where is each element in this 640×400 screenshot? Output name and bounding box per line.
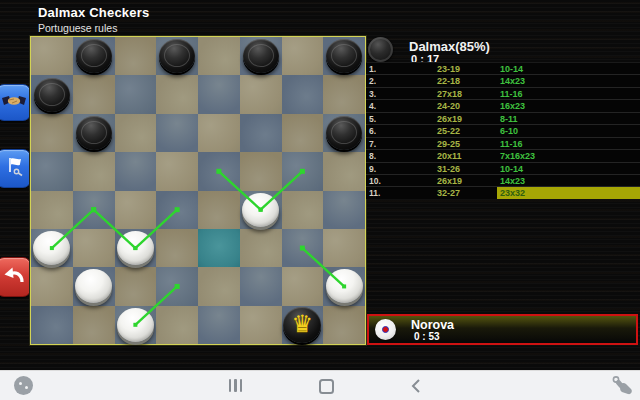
black-move: 6-10 [500,126,518,136]
white-man-piece[interactable] [242,193,279,227]
top-player-name: Dalmax(85%) [409,39,490,54]
board-cell[interactable] [240,114,282,152]
black-move: 7x16x23 [500,151,535,161]
move-number: 8. [369,151,376,161]
move-number: 4. [369,101,376,111]
board-cell[interactable] [240,37,282,75]
black-move: 11-16 [500,89,523,99]
board-cell[interactable] [73,306,115,344]
move-row: 8.20x117x16x23 [366,149,640,161]
board-cell[interactable] [73,152,115,190]
white-move[interactable]: 32-27 [437,188,460,198]
white-man-piece[interactable] [75,269,112,303]
black-move-cell[interactable]: 16x23 [497,100,640,111]
offer-draw-button[interactable] [0,84,31,121]
white-move[interactable]: 20x11 [437,151,462,161]
black-move-cell[interactable]: 10-14 [497,163,640,174]
board-cell[interactable] [240,267,282,305]
board-cell[interactable] [198,229,240,267]
board-cell[interactable] [31,37,73,75]
board-cell[interactable] [31,191,73,229]
white-move[interactable]: 26x19 [437,114,462,124]
bottom-player-clock: 0 : 53 [414,331,440,342]
move-row: 9.31-2610-14 [366,162,640,174]
board-cell[interactable] [31,267,73,305]
black-man-piece[interactable] [326,39,362,73]
recent-apps-icon[interactable] [229,379,244,392]
move-number: 2. [369,76,376,86]
back-icon[interactable] [411,378,421,398]
black-move-cell[interactable]: 10-14 [497,63,640,74]
bottom-player-panel: Norova 0 : 53 [367,314,638,345]
undo-button[interactable] [0,257,31,297]
board-cell[interactable] [73,37,115,75]
black-move-cell[interactable]: 8-11 [497,113,640,124]
black-move: 23x32 [500,188,525,198]
move-row: 2.22-1814x23 [366,74,640,86]
floating-app-icon[interactable] [14,376,33,395]
black-man-piece[interactable] [326,116,362,150]
home-icon[interactable] [319,379,334,394]
board-cell[interactable] [323,37,365,75]
black-piece-avatar [368,37,393,62]
white-move[interactable]: 27x18 [437,89,462,99]
board-cell[interactable] [115,37,157,75]
move-list: 1.23-1910-142.22-1814x233.27x1811-164.24… [366,62,640,199]
board-cell[interactable] [156,229,198,267]
board-cell[interactable] [115,306,157,344]
move-row: 4.24-2016x23 [366,99,640,111]
board-cell[interactable] [156,114,198,152]
move-number: 3. [369,89,376,99]
board-cell[interactable]: ♛ [282,306,324,344]
white-move[interactable]: 25-22 [437,126,460,136]
move-row: 1.23-1910-14 [366,62,640,74]
black-move-cell[interactable]: 6-10 [497,125,640,136]
handshake-icon [2,93,26,113]
board-cell[interactable] [198,267,240,305]
board-cell[interactable] [323,306,365,344]
checkers-board: ♛ [30,36,366,345]
board-cell[interactable] [31,306,73,344]
board-cell[interactable] [323,229,365,267]
king-crown-icon: ♛ [292,312,314,336]
black-move: 8-11 [500,114,518,124]
move-number: 1. [369,64,376,74]
undo-arrow-icon [3,265,25,289]
white-move[interactable]: 22-18 [437,76,460,86]
black-move-cell[interactable]: 23x32 [497,187,640,198]
black-man-piece[interactable] [76,39,112,73]
black-move: 10-14 [500,164,523,174]
board-cell[interactable] [73,75,115,113]
white-move[interactable]: 31-26 [437,164,460,174]
black-move: 14x23 [500,76,525,86]
board-cell[interactable] [282,37,324,75]
white-flag-icon [3,156,25,182]
board-cell[interactable] [282,267,324,305]
board-cell[interactable] [323,152,365,190]
board-cell[interactable] [198,114,240,152]
black-move-cell[interactable]: 11-16 [497,88,640,99]
board-cell[interactable] [156,37,198,75]
board-cell[interactable] [31,75,73,113]
white-man-piece[interactable] [326,269,363,303]
move-number: 5. [369,114,376,124]
board-cell[interactable] [240,229,282,267]
move-row: 6.25-226-10 [366,124,640,136]
black-move: 10-14 [500,64,523,74]
board-cell[interactable] [323,191,365,229]
board-cell[interactable] [198,191,240,229]
board-cell[interactable] [198,306,240,344]
board-cell[interactable] [198,152,240,190]
board-cell[interactable] [156,267,198,305]
black-man-piece[interactable] [159,39,195,73]
move-number: 6. [369,126,376,136]
board-cell[interactable] [115,152,157,190]
black-man-piece[interactable] [243,39,279,73]
board-cell[interactable] [73,229,115,267]
black-man-piece[interactable] [34,78,70,112]
move-row: 7.29-2511-16 [366,137,640,149]
board-cell[interactable] [31,229,73,267]
board-cell[interactable] [323,75,365,113]
white-piece-avatar [375,319,396,340]
board-cell[interactable] [282,75,324,113]
move-number: 9. [369,164,376,174]
resign-button[interactable] [0,149,31,188]
black-move-cell[interactable]: 11-16 [497,138,640,149]
move-row: 5.26x198-11 [366,112,640,124]
white-man-piece[interactable] [117,231,154,265]
board-cell[interactable] [73,114,115,152]
board-cell[interactable] [115,267,157,305]
board-cell[interactable] [31,152,73,190]
board-cell[interactable] [156,191,198,229]
board-cell[interactable] [198,37,240,75]
white-man-piece[interactable] [33,231,70,265]
black-move-cell[interactable]: 14x23 [497,75,640,86]
board-cell[interactable] [115,229,157,267]
board-cell[interactable] [115,75,157,113]
white-move[interactable]: 23-19 [437,64,460,74]
white-move[interactable]: 24-20 [437,101,460,111]
board-cell[interactable] [156,306,198,344]
black-move: 11-16 [500,139,523,149]
board-cell[interactable] [240,191,282,229]
white-man-piece[interactable] [117,308,154,342]
move-row: 10.26x1914x23 [366,174,640,186]
move-number: 7. [369,139,376,149]
bottom-player-name: Norova [411,318,454,332]
board-cell[interactable] [240,306,282,344]
board-cell[interactable] [282,152,324,190]
app-subtitle: Portuguese rules [38,22,117,34]
board-cell[interactable] [282,114,324,152]
board-cell[interactable] [282,191,324,229]
board-cell[interactable] [323,267,365,305]
top-bar: Dalmax Checkers Portuguese rules [0,0,640,36]
black-move: 16x23 [500,101,525,111]
board-cell[interactable] [323,114,365,152]
move-number: 11. [369,188,380,198]
board-cell[interactable] [115,191,157,229]
app-title: Dalmax Checkers [38,5,149,20]
white-move[interactable]: 26x19 [437,176,462,186]
move-row: 3.27x1811-16 [366,87,640,99]
board-cell[interactable] [156,75,198,113]
android-nav-bar [0,370,640,400]
board-cell[interactable] [282,229,324,267]
board-cell[interactable] [31,114,73,152]
black-man-piece[interactable] [76,116,112,150]
s-pen-icon[interactable] [611,375,635,400]
board-cell[interactable] [240,75,282,113]
board-cell[interactable] [156,152,198,190]
board-cell[interactable] [73,191,115,229]
white-move[interactable]: 29-25 [437,139,460,149]
board-cell[interactable] [240,152,282,190]
board-cell[interactable] [73,267,115,305]
black-move-cell[interactable]: 14x23 [497,175,640,186]
app-screen: Dalmax Checkers Portuguese rules [0,0,640,400]
black-move: 14x23 [500,176,525,186]
board-cell[interactable] [198,75,240,113]
board-grid: ♛ [31,37,365,344]
move-row: 11.32-2723x32 [366,186,640,198]
board-cell[interactable] [115,114,157,152]
black-king-piece[interactable]: ♛ [283,307,321,343]
move-number: 10. [369,176,381,186]
black-move-cell[interactable]: 7x16x23 [497,150,640,161]
